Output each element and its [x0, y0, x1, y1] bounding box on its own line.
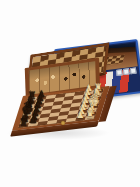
product-scene: ♜♞♝♛♚♝♞♜♟♟♟♟♟♟♟♟♟♟♟♟♟♟♟♟♜♞♝♛♚♝♞♜: [0, 0, 140, 187]
spec-icon: [116, 69, 123, 76]
brass-clasp: [61, 121, 65, 125]
spec-icon: [123, 68, 130, 75]
spec-icon: [130, 67, 137, 74]
